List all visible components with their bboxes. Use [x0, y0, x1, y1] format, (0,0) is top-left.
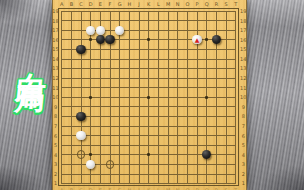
coordinate-label: 11 — [52, 85, 59, 91]
coordinate-label: 16 — [52, 37, 59, 43]
grid-line — [177, 11, 178, 184]
go-stone-black[interactable] — [76, 112, 85, 121]
coordinate-label: 7 — [52, 123, 59, 129]
coordinate-label: S — [222, 1, 230, 7]
coordinate-label: 5 — [240, 142, 247, 148]
coordinate-label: A — [58, 1, 66, 7]
grid-line — [61, 116, 236, 117]
coordinate-label: 2 — [52, 171, 59, 177]
coordinate-label: L — [154, 1, 162, 7]
coordinate-label: N — [174, 187, 182, 190]
coordinate-label: 6 — [52, 133, 59, 139]
coordinate-label: O — [183, 1, 191, 7]
grid-line — [235, 11, 236, 184]
coordinate-label: 14 — [52, 56, 59, 62]
coordinate-label: 18 — [240, 18, 247, 24]
video-frame: 白布局 AABBCCDDEEFFGGHHJJKKLLMMNNOOPPQQRRSS… — [0, 0, 304, 190]
coordinate-label: Q — [203, 1, 211, 7]
coordinate-label: 12 — [52, 75, 59, 81]
go-stone-white[interactable] — [96, 26, 105, 35]
coordinate-label: F — [106, 187, 114, 190]
coordinate-label: H — [125, 187, 133, 190]
coordinate-label: 10 — [240, 94, 247, 100]
grid-line — [158, 11, 159, 184]
coordinate-label: 7 — [240, 123, 247, 129]
go-stone-white[interactable] — [115, 26, 124, 35]
coordinate-label: 14 — [240, 56, 247, 62]
star-point — [147, 96, 150, 99]
coordinate-label: 4 — [240, 152, 247, 158]
coordinate-label: K — [145, 1, 153, 7]
coordinate-label: E — [96, 1, 104, 7]
go-stone-white[interactable] — [86, 26, 95, 35]
coordinate-label: B — [67, 1, 75, 7]
coordinate-label: 3 — [240, 161, 247, 167]
coordinate-label: 6 — [240, 133, 247, 139]
coordinate-label: P — [193, 187, 201, 190]
go-stone-white[interactable] — [76, 131, 85, 140]
coordinate-label: G — [116, 1, 124, 7]
coordinate-label: 15 — [52, 46, 59, 52]
coordinate-label: H — [125, 1, 133, 7]
coordinate-label: A — [58, 187, 66, 190]
coordinate-label: R — [212, 187, 220, 190]
coordinate-label: F — [106, 1, 114, 7]
coordinate-label: T — [232, 1, 240, 7]
coordinate-label: 11 — [240, 85, 247, 91]
grid-line — [61, 145, 236, 146]
coordinate-label: D — [87, 187, 95, 190]
coordinate-label: 4 — [52, 152, 59, 158]
circle-marker[interactable] — [106, 160, 115, 169]
coordinate-label: 5 — [52, 142, 59, 148]
go-stone-white[interactable]: ▲ — [192, 35, 201, 44]
coordinate-label: N — [174, 1, 182, 7]
coordinate-label: 18 — [52, 18, 59, 24]
coordinate-label: M — [164, 1, 172, 7]
coordinate-label: J — [135, 187, 143, 190]
coordinate-label: 9 — [240, 104, 247, 110]
grid-line — [61, 183, 236, 184]
coordinate-label: O — [183, 187, 191, 190]
coordinate-label: 9 — [52, 104, 59, 110]
star-point — [147, 153, 150, 156]
coordinate-label: 16 — [240, 37, 247, 43]
coordinate-label: R — [212, 1, 220, 7]
coordinate-label: 13 — [240, 65, 247, 71]
coordinate-label: T — [232, 187, 240, 190]
star-point — [89, 96, 92, 99]
grid-line — [168, 11, 169, 184]
coordinate-label: J — [135, 1, 143, 7]
coordinate-label: 3 — [52, 161, 59, 167]
coordinate-label: C — [77, 1, 85, 7]
coordinate-label: 17 — [240, 27, 247, 33]
coordinate-label: C — [77, 187, 85, 190]
coordinate-label: P — [193, 1, 201, 7]
coordinate-label: B — [67, 187, 75, 190]
grid-line — [61, 106, 236, 107]
coordinate-label: 8 — [52, 113, 59, 119]
star-point — [205, 96, 208, 99]
coordinate-label: G — [116, 187, 124, 190]
coordinate-label: 8 — [240, 113, 247, 119]
triangle-marker: ▲ — [192, 35, 201, 44]
coordinate-label: 1 — [52, 180, 59, 186]
coordinate-label: 2 — [240, 171, 247, 177]
go-board[interactable]: AABBCCDDEEFFGGHHJJKKLLMMNNOOPPQQRRSSTT19… — [52, 0, 247, 190]
grid-line — [61, 174, 236, 175]
coordinate-label: D — [87, 1, 95, 7]
coordinate-label: 19 — [52, 8, 59, 14]
coordinate-label: 17 — [52, 27, 59, 33]
coordinate-label: E — [96, 187, 104, 190]
coordinate-label: 13 — [52, 65, 59, 71]
grid-line — [226, 11, 227, 184]
go-stone-black[interactable] — [76, 45, 85, 54]
grid-line — [187, 11, 188, 184]
coordinate-label: 10 — [52, 94, 59, 100]
coordinate-label: K — [145, 187, 153, 190]
coordinate-label: Q — [203, 187, 211, 190]
go-stone-black[interactable] — [105, 35, 114, 44]
coordinate-label: L — [154, 187, 162, 190]
coordinate-label: S — [222, 187, 230, 190]
grid-line — [61, 126, 236, 127]
coordinate-label: 19 — [240, 8, 247, 14]
coordinate-label: 1 — [240, 180, 247, 186]
grid-line — [61, 135, 236, 136]
coordinate-label: 12 — [240, 75, 247, 81]
coordinate-label: 15 — [240, 46, 247, 52]
coordinate-label: M — [164, 187, 172, 190]
star-point — [89, 153, 92, 156]
